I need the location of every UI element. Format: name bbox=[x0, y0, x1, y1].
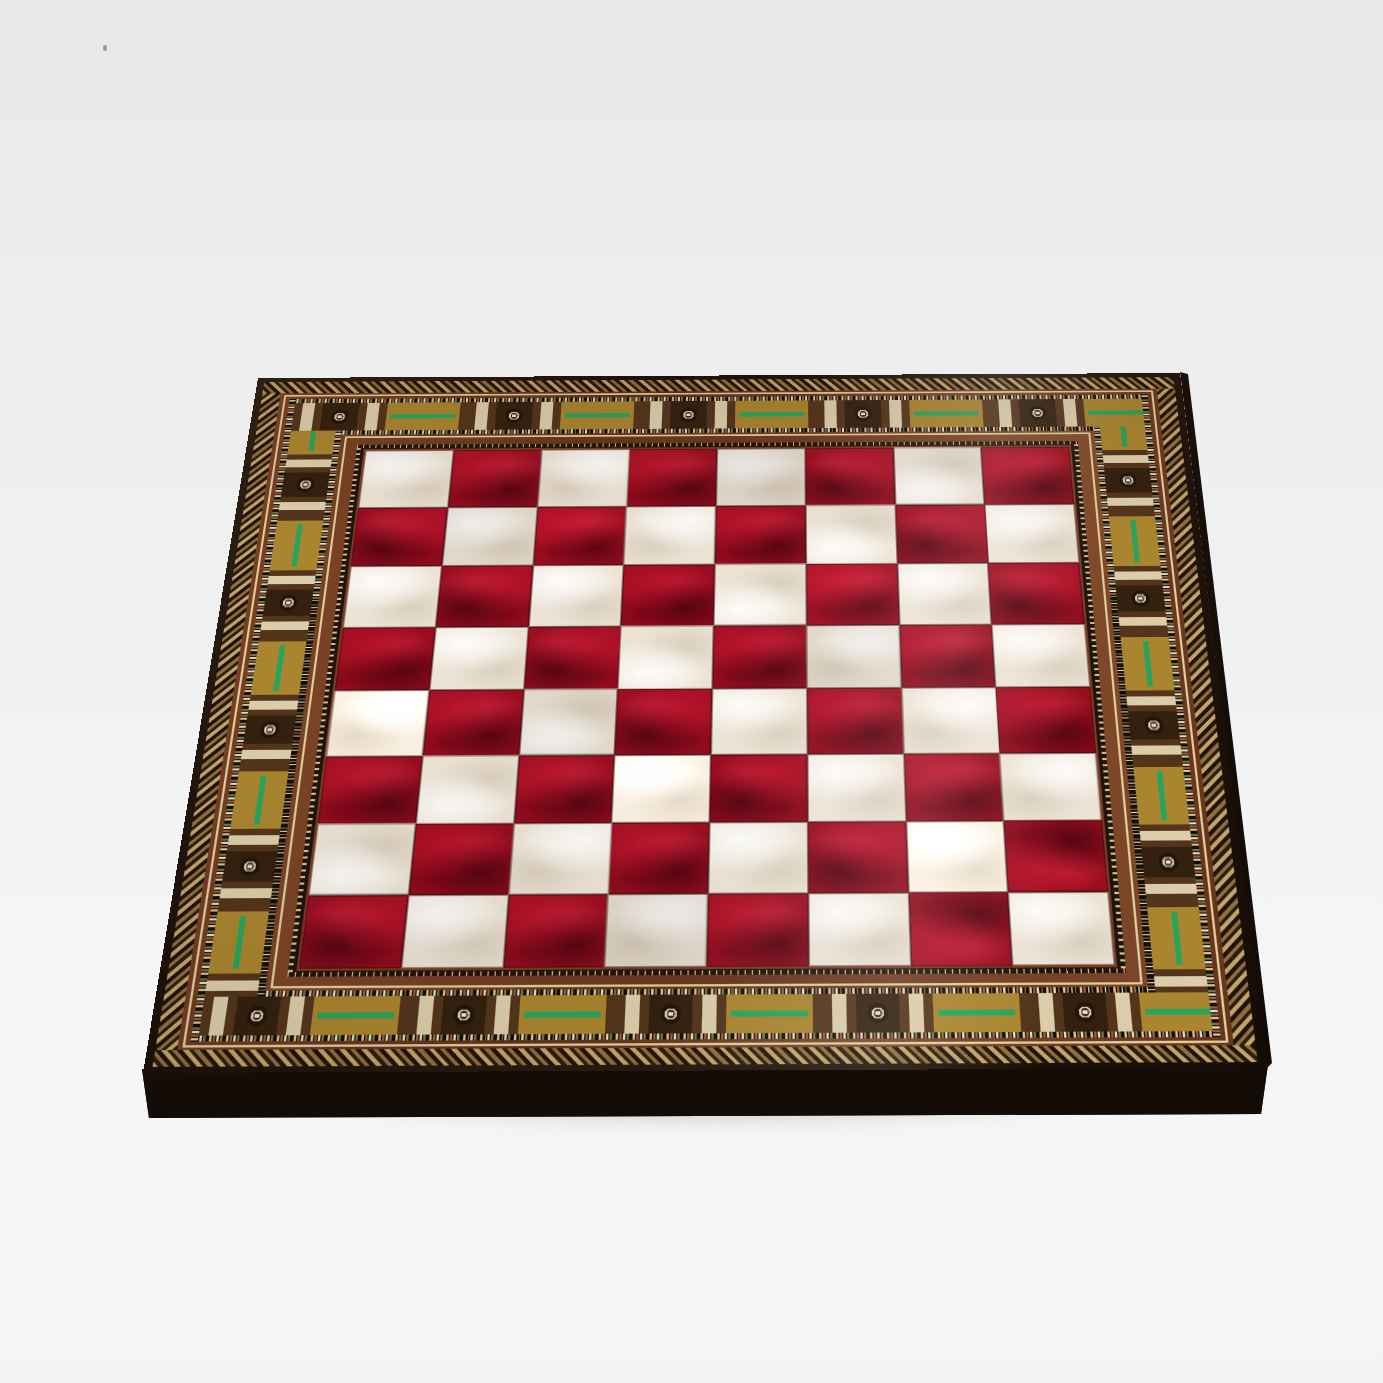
square-h8 bbox=[981, 447, 1074, 504]
square-c4 bbox=[519, 689, 618, 755]
board-grid bbox=[296, 445, 1117, 971]
square-b1 bbox=[401, 894, 508, 968]
square-g2 bbox=[906, 821, 1008, 892]
square-f6 bbox=[806, 564, 899, 625]
square-g4 bbox=[901, 687, 999, 753]
square-f7 bbox=[806, 505, 897, 564]
square-g8 bbox=[893, 447, 984, 504]
square-e8 bbox=[716, 448, 805, 505]
square-b2 bbox=[408, 823, 513, 894]
square-b4 bbox=[423, 690, 524, 756]
square-c3 bbox=[514, 755, 615, 824]
square-g7 bbox=[895, 504, 988, 563]
square-e6 bbox=[714, 564, 807, 625]
square-a2 bbox=[309, 824, 416, 895]
square-h4 bbox=[996, 687, 1096, 753]
square-f8 bbox=[805, 448, 895, 505]
square-c2 bbox=[508, 823, 611, 894]
square-c6 bbox=[528, 565, 624, 626]
square-b6 bbox=[436, 565, 533, 626]
square-h5 bbox=[992, 624, 1090, 688]
square-g3 bbox=[903, 753, 1003, 822]
photo-backdrop bbox=[0, 0, 1383, 1383]
square-d8 bbox=[627, 449, 718, 506]
square-c8 bbox=[537, 449, 629, 506]
square-h2 bbox=[1004, 821, 1108, 892]
square-f4 bbox=[807, 688, 904, 754]
square-d4 bbox=[615, 689, 713, 755]
square-g6 bbox=[897, 563, 992, 624]
square-h3 bbox=[1000, 752, 1102, 821]
chessboard bbox=[143, 373, 1267, 1073]
square-e4 bbox=[711, 688, 807, 754]
square-b5 bbox=[429, 626, 528, 690]
square-b3 bbox=[416, 755, 519, 824]
square-c1 bbox=[503, 894, 608, 968]
square-c5 bbox=[524, 626, 621, 690]
square-h6 bbox=[988, 563, 1085, 624]
square-d5 bbox=[618, 625, 714, 689]
square-e1 bbox=[707, 893, 809, 967]
square-f1 bbox=[808, 892, 910, 966]
square-b7 bbox=[442, 507, 537, 566]
square-a6 bbox=[343, 566, 442, 627]
square-e5 bbox=[712, 625, 806, 689]
square-c7 bbox=[533, 506, 627, 565]
square-h7 bbox=[985, 504, 1080, 563]
square-a8 bbox=[358, 450, 453, 507]
square-d7 bbox=[624, 506, 716, 565]
square-d2 bbox=[608, 822, 709, 893]
square-a5 bbox=[335, 627, 436, 691]
square-e3 bbox=[710, 754, 808, 823]
square-a4 bbox=[326, 690, 429, 756]
square-e7 bbox=[715, 505, 806, 564]
square-d1 bbox=[605, 893, 708, 967]
square-f2 bbox=[808, 821, 908, 892]
border-motif-bottom bbox=[199, 992, 1213, 1035]
square-a7 bbox=[351, 507, 448, 566]
square-a1 bbox=[299, 895, 408, 969]
square-b8 bbox=[448, 450, 542, 507]
square-a3 bbox=[318, 756, 423, 825]
square-e2 bbox=[708, 822, 808, 893]
dust-speck bbox=[103, 45, 107, 51]
square-g1 bbox=[908, 892, 1013, 966]
square-f3 bbox=[807, 753, 906, 822]
square-h1 bbox=[1008, 891, 1115, 965]
square-d6 bbox=[621, 564, 715, 625]
square-g5 bbox=[899, 624, 996, 688]
square-f5 bbox=[806, 625, 901, 689]
square-d3 bbox=[612, 754, 711, 823]
